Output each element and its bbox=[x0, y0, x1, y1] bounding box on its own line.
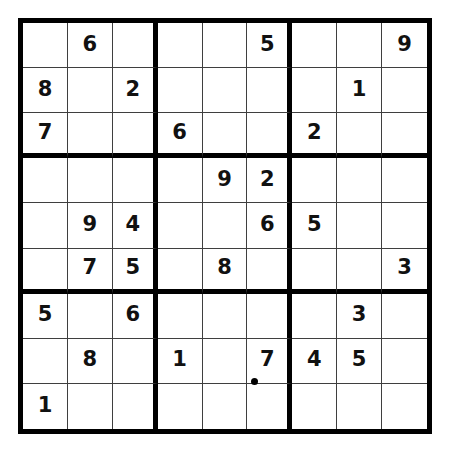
cell-r1c1[interactable] bbox=[23, 23, 68, 68]
cell-r7c5[interactable] bbox=[203, 294, 248, 339]
cell-r5c5[interactable] bbox=[203, 203, 248, 248]
cell-r3c9[interactable] bbox=[382, 113, 427, 158]
cell-r7c1[interactable]: 5 bbox=[23, 294, 68, 339]
cell-r3c5[interactable] bbox=[203, 113, 248, 158]
cell-r9c5[interactable] bbox=[203, 384, 248, 429]
cell-r7c3[interactable]: 6 bbox=[113, 294, 158, 339]
cell-r6c8[interactable] bbox=[337, 249, 382, 294]
cell-r2c6[interactable] bbox=[247, 68, 292, 113]
cell-r7c4[interactable] bbox=[158, 294, 203, 339]
cell-r3c6[interactable] bbox=[247, 113, 292, 158]
cell-r4c6[interactable]: 2 bbox=[247, 158, 292, 203]
cell-r8c8[interactable]: 5 bbox=[337, 339, 382, 384]
cell-r3c8[interactable] bbox=[337, 113, 382, 158]
cell-r4c1[interactable] bbox=[23, 158, 68, 203]
cell-r5c6[interactable]: 6 bbox=[247, 203, 292, 248]
cell-r3c1[interactable]: 7 bbox=[23, 113, 68, 158]
cell-r5c1[interactable] bbox=[23, 203, 68, 248]
cell-r4c9[interactable] bbox=[382, 158, 427, 203]
cell-r9c7[interactable] bbox=[292, 384, 337, 429]
cell-r8c2[interactable]: 8 bbox=[68, 339, 113, 384]
cell-r7c9[interactable] bbox=[382, 294, 427, 339]
cell-r5c9[interactable] bbox=[382, 203, 427, 248]
cell-r2c5[interactable] bbox=[203, 68, 248, 113]
cell-r3c2[interactable] bbox=[68, 113, 113, 158]
cell-r4c8[interactable] bbox=[337, 158, 382, 203]
cell-r9c9[interactable] bbox=[382, 384, 427, 429]
cell-r2c2[interactable] bbox=[68, 68, 113, 113]
cell-r1c8[interactable] bbox=[337, 23, 382, 68]
cell-r6c9[interactable]: 3 bbox=[382, 249, 427, 294]
cell-r8c7[interactable]: 4 bbox=[292, 339, 337, 384]
cell-r2c7[interactable] bbox=[292, 68, 337, 113]
cell-r1c7[interactable] bbox=[292, 23, 337, 68]
cell-r2c4[interactable] bbox=[158, 68, 203, 113]
cell-r2c3[interactable]: 2 bbox=[113, 68, 158, 113]
cell-r9c4[interactable] bbox=[158, 384, 203, 429]
cell-r6c6[interactable] bbox=[247, 249, 292, 294]
cell-r3c3[interactable] bbox=[113, 113, 158, 158]
cell-r1c9[interactable]: 9 bbox=[382, 23, 427, 68]
cell-r7c8[interactable]: 3 bbox=[337, 294, 382, 339]
cell-r9c8[interactable] bbox=[337, 384, 382, 429]
cell-r6c4[interactable] bbox=[158, 249, 203, 294]
cell-r1c6[interactable]: 5 bbox=[247, 23, 292, 68]
cell-r5c7[interactable]: 5 bbox=[292, 203, 337, 248]
cell-r1c2[interactable]: 6 bbox=[68, 23, 113, 68]
cell-r8c3[interactable] bbox=[113, 339, 158, 384]
cell-r6c3[interactable]: 5 bbox=[113, 249, 158, 294]
cell-r7c7[interactable] bbox=[292, 294, 337, 339]
cell-r9c2[interactable] bbox=[68, 384, 113, 429]
cell-r6c2[interactable]: 7 bbox=[68, 249, 113, 294]
cell-r2c8[interactable]: 1 bbox=[337, 68, 382, 113]
cell-r2c9[interactable] bbox=[382, 68, 427, 113]
cell-r7c6[interactable] bbox=[247, 294, 292, 339]
sudoku-board: 6598217629294657583563817451 bbox=[18, 18, 432, 434]
cell-r8c5[interactable] bbox=[203, 339, 248, 384]
cell-r7c2[interactable] bbox=[68, 294, 113, 339]
cell-r5c8[interactable] bbox=[337, 203, 382, 248]
cell-r8c4[interactable]: 1 bbox=[158, 339, 203, 384]
cell-r1c4[interactable] bbox=[158, 23, 203, 68]
cell-r8c9[interactable] bbox=[382, 339, 427, 384]
cell-r5c4[interactable] bbox=[158, 203, 203, 248]
cell-r4c4[interactable] bbox=[158, 158, 203, 203]
cell-r6c5[interactable]: 8 bbox=[203, 249, 248, 294]
cell-r6c1[interactable] bbox=[23, 249, 68, 294]
cell-r1c5[interactable] bbox=[203, 23, 248, 68]
cell-r6c7[interactable] bbox=[292, 249, 337, 294]
cell-r5c3[interactable]: 4 bbox=[113, 203, 158, 248]
cell-r5c2[interactable]: 9 bbox=[68, 203, 113, 248]
cell-r9c1[interactable]: 1 bbox=[23, 384, 68, 429]
cell-r4c3[interactable] bbox=[113, 158, 158, 203]
cell-r4c5[interactable]: 9 bbox=[203, 158, 248, 203]
cell-r4c7[interactable] bbox=[292, 158, 337, 203]
cell-r8c1[interactable] bbox=[23, 339, 68, 384]
cell-r9c6[interactable] bbox=[247, 384, 292, 429]
cell-r3c7[interactable]: 2 bbox=[292, 113, 337, 158]
cell-r1c3[interactable] bbox=[113, 23, 158, 68]
cell-r3c4[interactable]: 6 bbox=[158, 113, 203, 158]
dot-annotation bbox=[251, 378, 258, 385]
cell-r9c3[interactable] bbox=[113, 384, 158, 429]
cell-r4c2[interactable] bbox=[68, 158, 113, 203]
cell-r2c1[interactable]: 8 bbox=[23, 68, 68, 113]
